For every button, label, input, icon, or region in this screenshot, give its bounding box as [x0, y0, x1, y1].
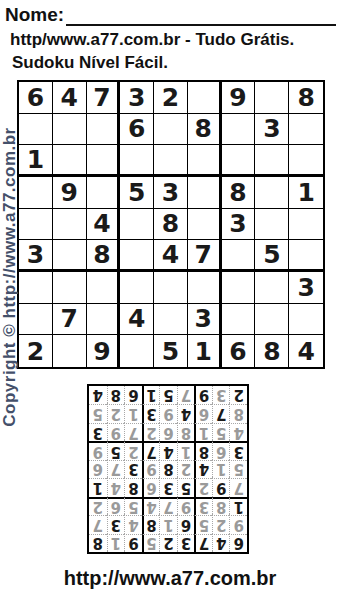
- sudoku-cell-r5c5[interactable]: 8: [154, 209, 188, 241]
- solution-cell-r9c8: 8: [107, 386, 125, 404]
- solution-cell-r3c5: 7: [159, 497, 177, 515]
- sudoku-cell-r9c2[interactable]: [53, 335, 87, 367]
- solution-cell-r4c4: 5: [177, 478, 195, 496]
- name-underline-field[interactable]: [66, 5, 336, 26]
- solution-cell-r4c1: 7: [229, 478, 247, 496]
- solution-cell-r5c3: 4: [194, 460, 212, 478]
- solution-cell-r3c3: 3: [194, 497, 212, 515]
- solution-cell-r8c6: 3: [142, 404, 160, 422]
- sudoku-cell-r6c3[interactable]: 8: [87, 240, 121, 272]
- sudoku-cell-r1c1[interactable]: 6: [19, 82, 53, 114]
- solution-cell-r9c9: 4: [89, 386, 107, 404]
- solution-cell-r2c8: 3: [107, 515, 125, 533]
- sudoku-cell-r3c5[interactable]: [154, 145, 188, 177]
- sudoku-cell-r2c2[interactable]: [53, 114, 87, 146]
- solution-cell-r7c8: 9: [107, 423, 125, 441]
- copyright-vertical-text: Copyright © http://www.a77.com.br: [0, 127, 20, 426]
- solution-cell-r8c8: 2: [107, 404, 125, 422]
- sudoku-cell-r5c3[interactable]: 4: [87, 209, 121, 241]
- sudoku-cell-r4c4[interactable]: 5: [120, 177, 154, 209]
- solution-cell-r2c4: 6: [177, 515, 195, 533]
- sudoku-cell-r5c1[interactable]: [19, 209, 53, 241]
- solution-cell-r8c3: 6: [194, 404, 212, 422]
- sudoku-cell-r6c4[interactable]: [120, 240, 154, 272]
- sudoku-cell-r6c6[interactable]: 7: [188, 240, 222, 272]
- sudoku-cell-r4c6[interactable]: [188, 177, 222, 209]
- solution-cell-r1c5: 2: [159, 534, 177, 552]
- sudoku-cell-r4c3[interactable]: [87, 177, 121, 209]
- sudoku-cell-r7c2[interactable]: [53, 272, 87, 304]
- solution-cell-r2c7: 4: [124, 515, 142, 533]
- sudoku-cell-r6c9[interactable]: [289, 240, 323, 272]
- solution-cell-r1c7: 9: [124, 534, 142, 552]
- sudoku-cell-r3c4[interactable]: [120, 145, 154, 177]
- sudoku-cell-r8c1[interactable]: [19, 304, 53, 336]
- solution-cell-r4c3: 2: [194, 478, 212, 496]
- solution-cell-r2c1: 9: [229, 515, 247, 533]
- solution-cell-r1c6: 5: [142, 534, 160, 552]
- sudoku-cell-r5c4[interactable]: [120, 209, 154, 241]
- sudoku-cell-r9c8[interactable]: 8: [255, 335, 289, 367]
- solution-cell-r3c1: 1: [229, 497, 247, 515]
- sudoku-cell-r5c9[interactable]: [289, 209, 323, 241]
- sudoku-cell-r3c8[interactable]: [255, 145, 289, 177]
- sudoku-cell-r3c9[interactable]: [289, 145, 323, 177]
- solution-cell-r4c5: 3: [159, 478, 177, 496]
- solution-cell-r6c6: 7: [142, 441, 160, 459]
- sudoku-cell-r2c8[interactable]: 3: [255, 114, 289, 146]
- sudoku-cell-r9c5[interactable]: 5: [154, 335, 188, 367]
- sudoku-cell-r1c8[interactable]: [255, 82, 289, 114]
- sudoku-cell-r2c5[interactable]: [154, 114, 188, 146]
- solution-cell-r8c7: 1: [124, 404, 142, 422]
- sudoku-cell-r5c7[interactable]: 3: [222, 209, 256, 241]
- solution-cell-r9c6: 1: [142, 386, 160, 404]
- solution-cell-r8c2: 7: [212, 404, 230, 422]
- sudoku-cell-r8c8[interactable]: [255, 304, 289, 336]
- sudoku-cell-r3c1[interactable]: 1: [19, 145, 53, 177]
- sudoku-cell-r3c6[interactable]: [188, 145, 222, 177]
- solution-cell-r9c3: 9: [194, 386, 212, 404]
- solution-cell-r3c7: 5: [124, 497, 142, 515]
- solution-cell-r6c9: 9: [89, 441, 107, 459]
- sudoku-cell-r2c7[interactable]: [222, 114, 256, 146]
- footer-url: http://www.a77.com.br: [0, 567, 340, 590]
- sudoku-cell-r9c4[interactable]: [120, 335, 154, 367]
- solution-cell-r1c2: 4: [212, 534, 230, 552]
- sudoku-cell-r1c2[interactable]: 4: [53, 82, 87, 114]
- solution-cell-r9c1: 2: [229, 386, 247, 404]
- solution-cell-r1c1: 6: [229, 534, 247, 552]
- sudoku-cell-r2c1[interactable]: [19, 114, 53, 146]
- solution-cell-r4c2: 9: [212, 478, 230, 496]
- solution-cell-r5c6: 9: [142, 460, 160, 478]
- solution-cell-r6c1: 3: [229, 441, 247, 459]
- sudoku-cell-r6c5[interactable]: 4: [154, 240, 188, 272]
- solution-cell-r5c5: 8: [159, 460, 177, 478]
- sudoku-cell-r8c6[interactable]: 3: [188, 304, 222, 336]
- solution-cell-r9c2: 3: [212, 386, 230, 404]
- solution-cell-r2c3: 5: [194, 515, 212, 533]
- sudoku-cell-r1c6[interactable]: [188, 82, 222, 114]
- sudoku-cell-r9c9[interactable]: 4: [289, 335, 323, 367]
- solution-cell-r6c3: 8: [194, 441, 212, 459]
- solution-cell-r8c4: 4: [177, 404, 195, 422]
- sudoku-grid[interactable]: 64732986831953814833847537432951684: [17, 80, 325, 369]
- sudoku-cell-r8c2[interactable]: 7: [53, 304, 87, 336]
- solution-grid-upside-down: 6473259189256184371839745627925368415142…: [87, 384, 249, 554]
- sudoku-cell-r4c7[interactable]: 8: [222, 177, 256, 209]
- solution-cell-r5c9: 6: [89, 460, 107, 478]
- solution-cell-r7c4: 8: [177, 423, 195, 441]
- solution-cell-r5c2: 1: [212, 460, 230, 478]
- solution-cell-r4c9: 1: [89, 478, 107, 496]
- sudoku-cell-r2c9[interactable]: [289, 114, 323, 146]
- sudoku-cell-r9c6[interactable]: 1: [188, 335, 222, 367]
- solution-cell-r7c1: 4: [229, 423, 247, 441]
- solution-cell-r7c3: 1: [194, 423, 212, 441]
- name-label: Nome:: [5, 4, 64, 26]
- sudoku-cell-r2c4[interactable]: 6: [120, 114, 154, 146]
- sudoku-cell-r9c1[interactable]: 2: [19, 335, 53, 367]
- solution-cell-r9c4: 7: [177, 386, 195, 404]
- solution-cell-r1c8: 1: [107, 534, 125, 552]
- sudoku-cell-r3c2[interactable]: [53, 145, 87, 177]
- sudoku-cell-r4c9[interactable]: 1: [289, 177, 323, 209]
- solution-cell-r6c5: 4: [159, 441, 177, 459]
- sudoku-cell-r8c9[interactable]: [289, 304, 323, 336]
- sudoku-cell-r5c2[interactable]: [53, 209, 87, 241]
- sudoku-cell-r7c4[interactable]: [120, 272, 154, 304]
- sudoku-cell-r2c3[interactable]: [87, 114, 121, 146]
- solution-cell-r9c5: 5: [159, 386, 177, 404]
- sudoku-cell-r8c3[interactable]: [87, 304, 121, 336]
- solution-cell-r2c5: 1: [159, 515, 177, 533]
- header-site-url: http/www.a77.com.br - Tudo Grátis.: [10, 30, 294, 50]
- sudoku-cell-r7c9[interactable]: 3: [289, 272, 323, 304]
- solution-cell-r6c8: 5: [107, 441, 125, 459]
- sudoku-cell-r8c7[interactable]: [222, 304, 256, 336]
- sudoku-cell-r4c1[interactable]: [19, 177, 53, 209]
- sudoku-cell-r1c4[interactable]: 3: [120, 82, 154, 114]
- solution-cell-r9c7: 6: [124, 386, 142, 404]
- solution-cell-r5c7: 3: [124, 460, 142, 478]
- puzzle-level-title: Sudoku Nível Fácil.: [12, 53, 168, 73]
- solution-cell-r8c5: 9: [159, 404, 177, 422]
- solution-cell-r3c4: 9: [177, 497, 195, 515]
- solution-cell-r7c7: 7: [124, 423, 142, 441]
- solution-cell-r6c4: 1: [177, 441, 195, 459]
- sudoku-cell-r8c4[interactable]: 4: [120, 304, 154, 336]
- sudoku-cell-r7c8[interactable]: [255, 272, 289, 304]
- solution-cell-r6c2: 6: [212, 441, 230, 459]
- sudoku-cell-r3c3[interactable]: [87, 145, 121, 177]
- sudoku-cell-r9c3[interactable]: 9: [87, 335, 121, 367]
- sudoku-cell-r1c7[interactable]: 9: [222, 82, 256, 114]
- solution-cell-r7c6: 2: [142, 423, 160, 441]
- sudoku-cell-r7c6[interactable]: [188, 272, 222, 304]
- solution-cell-r8c1: 8: [229, 404, 247, 422]
- sudoku-cell-r5c8[interactable]: [255, 209, 289, 241]
- sudoku-cell-r2c6[interactable]: 8: [188, 114, 222, 146]
- solution-cell-r1c3: 7: [194, 534, 212, 552]
- sudoku-cell-r3c7[interactable]: [222, 145, 256, 177]
- solution-cell-r4c7: 8: [124, 478, 142, 496]
- sudoku-cell-r1c9[interactable]: 8: [289, 82, 323, 114]
- solution-cell-r4c8: 4: [107, 478, 125, 496]
- sudoku-cell-r5c6[interactable]: [188, 209, 222, 241]
- solution-cell-r1c4: 3: [177, 534, 195, 552]
- solution-cell-r2c2: 2: [212, 515, 230, 533]
- sudoku-cell-r7c5[interactable]: [154, 272, 188, 304]
- sudoku-cell-r1c5[interactable]: 2: [154, 82, 188, 114]
- solution-cell-r4c6: 6: [142, 478, 160, 496]
- sudoku-cell-r7c1[interactable]: [19, 272, 53, 304]
- solution-cell-r7c2: 5: [212, 423, 230, 441]
- sudoku-cell-r7c3[interactable]: [87, 272, 121, 304]
- sudoku-cell-r9c7[interactable]: 6: [222, 335, 256, 367]
- solution-cell-r3c8: 6: [107, 497, 125, 515]
- solution-cell-r5c4: 2: [177, 460, 195, 478]
- solution-cell-r7c9: 3: [89, 423, 107, 441]
- sudoku-cell-r8c5[interactable]: [154, 304, 188, 336]
- solution-cell-r2c9: 7: [89, 515, 107, 533]
- sudoku-cell-r6c7[interactable]: [222, 240, 256, 272]
- name-row: Nome:: [5, 4, 336, 26]
- solution-cell-r5c1: 5: [229, 460, 247, 478]
- solution-cell-r2c6: 8: [142, 515, 160, 533]
- sudoku-cell-r4c2[interactable]: 9: [53, 177, 87, 209]
- sudoku-cell-r6c1[interactable]: 3: [19, 240, 53, 272]
- solution-cell-r7c5: 6: [159, 423, 177, 441]
- solution-cell-r8c9: 5: [89, 404, 107, 422]
- sudoku-cell-r4c5[interactable]: 3: [154, 177, 188, 209]
- sudoku-cell-r4c8[interactable]: [255, 177, 289, 209]
- solution-cell-r1c9: 8: [89, 534, 107, 552]
- sudoku-cell-r6c2[interactable]: [53, 240, 87, 272]
- solution-cell-r6c7: 2: [124, 441, 142, 459]
- sudoku-cell-r6c8[interactable]: 5: [255, 240, 289, 272]
- solution-cell-r5c8: 7: [107, 460, 125, 478]
- solution-cell-r3c2: 8: [212, 497, 230, 515]
- solution-cell-r3c9: 2: [89, 497, 107, 515]
- solution-cell-r3c6: 4: [142, 497, 160, 515]
- sudoku-cell-r7c7[interactable]: [222, 272, 256, 304]
- sudoku-cell-r1c3[interactable]: 7: [87, 82, 121, 114]
